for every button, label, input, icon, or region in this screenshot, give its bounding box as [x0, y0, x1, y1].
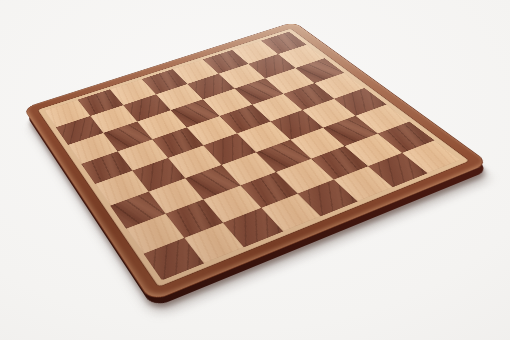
photo-background	[0, 0, 510, 340]
